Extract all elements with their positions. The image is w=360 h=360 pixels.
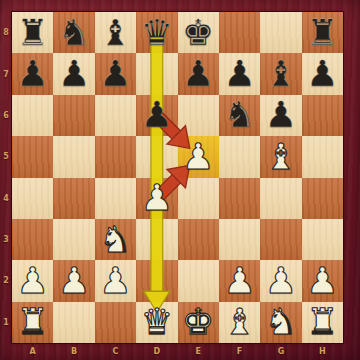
- square-d2[interactable]: [136, 260, 177, 301]
- square-a4[interactable]: [12, 178, 53, 219]
- square-a6[interactable]: [12, 95, 53, 136]
- piece-black-pawn-f7[interactable]: ♟: [219, 53, 260, 94]
- square-a3[interactable]: [12, 219, 53, 260]
- square-f4[interactable]: [219, 178, 260, 219]
- file-label-g: G: [260, 343, 301, 360]
- square-e2[interactable]: [178, 260, 219, 301]
- piece-white-knight-c3[interactable]: ♞: [95, 219, 136, 260]
- piece-black-knight-b8[interactable]: ♞: [53, 12, 94, 53]
- piece-white-pawn-a2[interactable]: ♟: [12, 260, 53, 301]
- square-c1[interactable]: [95, 302, 136, 343]
- rank-label-3: 3: [0, 219, 12, 260]
- square-d7[interactable]: [136, 53, 177, 94]
- piece-black-bishop-c8[interactable]: ♝: [95, 12, 136, 53]
- piece-black-pawn-e7[interactable]: ♟: [178, 53, 219, 94]
- square-c6[interactable]: [95, 95, 136, 136]
- piece-white-queen-d1[interactable]: ♛: [136, 302, 177, 343]
- square-g8[interactable]: [260, 12, 301, 53]
- piece-white-king-e1[interactable]: ♚: [178, 302, 219, 343]
- rank-label-5: 5: [0, 136, 12, 177]
- file-label-d: D: [136, 343, 177, 360]
- rank-label-7: 7: [0, 53, 12, 94]
- square-e4[interactable]: [178, 178, 219, 219]
- piece-white-rook-h1[interactable]: ♜: [302, 302, 343, 343]
- square-h5[interactable]: [302, 136, 343, 177]
- rank-label-4: 4: [0, 178, 12, 219]
- square-c4[interactable]: [95, 178, 136, 219]
- piece-black-queen-d8[interactable]: ♛: [136, 12, 177, 53]
- rank-labels: 87654321: [0, 12, 12, 343]
- piece-white-pawn-d4[interactable]: ♟: [136, 178, 177, 219]
- piece-white-pawn-g2[interactable]: ♟: [260, 260, 301, 301]
- piece-black-rook-h8[interactable]: ♜: [302, 12, 343, 53]
- square-e6[interactable]: [178, 95, 219, 136]
- square-b1[interactable]: [53, 302, 94, 343]
- square-h6[interactable]: [302, 95, 343, 136]
- file-label-a: A: [12, 343, 53, 360]
- file-label-e: E: [178, 343, 219, 360]
- square-b5[interactable]: [53, 136, 94, 177]
- square-g4[interactable]: [260, 178, 301, 219]
- piece-black-pawn-a7[interactable]: ♟: [12, 53, 53, 94]
- piece-black-knight-f6[interactable]: ♞: [219, 95, 260, 136]
- square-h4[interactable]: [302, 178, 343, 219]
- piece-white-pawn-h2[interactable]: ♟: [302, 260, 343, 301]
- piece-black-pawn-d6[interactable]: ♟: [136, 95, 177, 136]
- piece-black-pawn-b7[interactable]: ♟: [53, 53, 94, 94]
- square-b4[interactable]: [53, 178, 94, 219]
- rank-label-8: 8: [0, 12, 12, 53]
- rank-label-6: 6: [0, 95, 12, 136]
- square-a5[interactable]: [12, 136, 53, 177]
- piece-black-pawn-c7[interactable]: ♟: [95, 53, 136, 94]
- rank-label-2: 2: [0, 260, 12, 301]
- chess-board-frame: 87654321 ABCDEFGH ♜♞♝♛♚♜♟♟♟♟♟♝♟♟♞♟♟♝♟♞♟♟…: [0, 0, 360, 360]
- screenshot-root: { "game": "chess", "position": { "fen": …: [0, 0, 360, 360]
- piece-white-bishop-g5[interactable]: ♝: [260, 136, 301, 177]
- file-label-h: H: [302, 343, 343, 360]
- square-d3[interactable]: [136, 219, 177, 260]
- piece-white-knight-g1[interactable]: ♞: [260, 302, 301, 343]
- piece-white-pawn-c2[interactable]: ♟: [95, 260, 136, 301]
- file-labels: ABCDEFGH: [12, 343, 343, 360]
- square-h3[interactable]: [302, 219, 343, 260]
- file-label-b: B: [53, 343, 94, 360]
- piece-black-bishop-g7[interactable]: ♝: [260, 53, 301, 94]
- square-f5[interactable]: [219, 136, 260, 177]
- rank-label-1: 1: [0, 302, 12, 343]
- square-c5[interactable]: [95, 136, 136, 177]
- piece-white-bishop-f1[interactable]: ♝: [219, 302, 260, 343]
- piece-black-rook-a8[interactable]: ♜: [12, 12, 53, 53]
- piece-white-pawn-f2[interactable]: ♟: [219, 260, 260, 301]
- piece-black-king-e8[interactable]: ♚: [178, 12, 219, 53]
- file-label-c: C: [95, 343, 136, 360]
- square-b3[interactable]: [53, 219, 94, 260]
- square-e3[interactable]: [178, 219, 219, 260]
- square-b6[interactable]: [53, 95, 94, 136]
- piece-black-pawn-h7[interactable]: ♟: [302, 53, 343, 94]
- square-d5[interactable]: [136, 136, 177, 177]
- piece-white-pawn-b2[interactable]: ♟: [53, 260, 94, 301]
- square-f8[interactable]: [219, 12, 260, 53]
- square-f3[interactable]: [219, 219, 260, 260]
- piece-white-pawn-e5[interactable]: ♟: [178, 136, 219, 177]
- file-label-f: F: [219, 343, 260, 360]
- square-g3[interactable]: [260, 219, 301, 260]
- piece-white-rook-a1[interactable]: ♜: [12, 302, 53, 343]
- piece-black-pawn-g6[interactable]: ♟: [260, 95, 301, 136]
